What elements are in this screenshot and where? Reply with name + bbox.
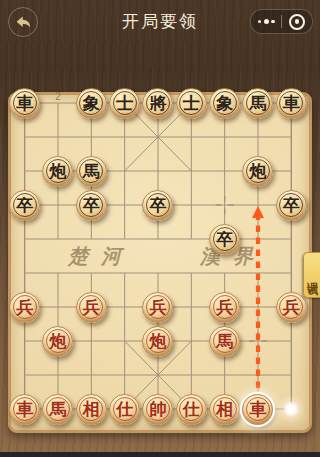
piece-glyph: 帥 <box>149 400 166 417</box>
board-point[interactable] <box>208 120 241 154</box>
board-point[interactable]: 卒 <box>75 188 108 222</box>
board-point[interactable]: 象 <box>75 86 108 120</box>
board-point[interactable] <box>41 358 74 392</box>
piece-face: 馬 <box>79 159 103 183</box>
board-point[interactable]: 炮 <box>41 324 74 358</box>
board-point[interactable] <box>275 154 308 188</box>
board-point[interactable] <box>275 120 308 154</box>
piece-glyph: 卒 <box>83 196 100 213</box>
board-point[interactable] <box>108 154 141 188</box>
piece-face: 兵 <box>79 295 103 319</box>
piece-glyph: 卒 <box>149 196 166 213</box>
board-point[interactable]: 帥 <box>141 392 174 426</box>
piece-face: 將 <box>146 91 170 115</box>
board-point[interactable] <box>41 222 74 256</box>
board-point[interactable]: 兵 <box>75 290 108 324</box>
piece-red[interactable]: 炮 <box>42 326 73 357</box>
board-point[interactable]: 馬 <box>75 154 108 188</box>
piece-glyph: 相 <box>216 400 233 417</box>
piece-red[interactable]: 兵 <box>209 292 240 323</box>
board-point[interactable]: 相 <box>75 392 108 426</box>
piece-black[interactable]: 卒 <box>76 190 107 221</box>
board-point[interactable]: 卒 <box>141 188 174 222</box>
board-point[interactable] <box>175 358 208 392</box>
piece-face: 車 <box>279 91 303 115</box>
board-point[interactable] <box>8 222 41 256</box>
board-point[interactable] <box>108 188 141 222</box>
piece-glyph: 仕 <box>183 400 200 417</box>
screen: 开局要领 楚河 漢界 2 車象士將士象馬車炮馬炮卒卒卒卒卒兵兵兵兵兵炮炮馬車馬相… <box>0 0 320 457</box>
board-point[interactable]: 炮 <box>41 154 74 188</box>
piece-glyph: 車 <box>16 400 33 417</box>
piece-red[interactable]: 兵 <box>142 292 173 323</box>
piece-red[interactable]: 兵 <box>9 292 40 323</box>
piece-red[interactable]: 馬 <box>42 394 73 425</box>
board-point[interactable]: 士 <box>108 86 141 120</box>
piece-glyph: 馬 <box>49 400 66 417</box>
board-point[interactable] <box>175 324 208 358</box>
piece-glyph: 兵 <box>16 298 33 315</box>
piece-black[interactable]: 卒 <box>276 190 307 221</box>
piece-glyph: 士 <box>116 94 133 111</box>
piece-face: 帥 <box>146 397 170 421</box>
piece-black[interactable]: 車 <box>276 88 307 119</box>
top-bar: 开局要领 <box>0 0 320 40</box>
piece-glyph: 卒 <box>16 196 33 213</box>
piece-glyph: 車 <box>16 94 33 111</box>
board-point[interactable] <box>108 324 141 358</box>
piece-black[interactable]: 卒 <box>209 224 240 255</box>
piece-glyph: 將 <box>149 94 166 111</box>
board-point[interactable]: 車 <box>241 392 274 426</box>
board-point[interactable]: 車 <box>275 86 308 120</box>
board-point[interactable] <box>141 222 174 256</box>
board-point[interactable]: 兵 <box>208 290 241 324</box>
board-point[interactable] <box>8 256 41 290</box>
board-point[interactable] <box>41 120 74 154</box>
piece-black[interactable]: 象 <box>76 88 107 119</box>
piece-face: 卒 <box>279 193 303 217</box>
board-point[interactable]: 馬 <box>208 324 241 358</box>
board-point[interactable]: 仕 <box>175 392 208 426</box>
board-point[interactable] <box>175 222 208 256</box>
piece-face: 卒 <box>13 193 37 217</box>
piece-face: 卒 <box>79 193 103 217</box>
piece-red[interactable]: 仕 <box>109 394 140 425</box>
board-point[interactable] <box>241 290 274 324</box>
board-point[interactable] <box>141 120 174 154</box>
board-point[interactable] <box>275 392 308 426</box>
piece-black[interactable]: 將 <box>142 88 173 119</box>
board-point[interactable] <box>108 256 141 290</box>
board-point[interactable] <box>75 256 108 290</box>
piece-face: 士 <box>179 91 203 115</box>
piece-glyph: 車 <box>283 94 300 111</box>
board-point[interactable]: 馬 <box>41 392 74 426</box>
piece-face: 兵 <box>279 295 303 319</box>
piece-black[interactable]: 士 <box>109 88 140 119</box>
board-point[interactable] <box>41 290 74 324</box>
board-point[interactable] <box>208 256 241 290</box>
piece-glyph: 仕 <box>116 400 133 417</box>
board-point[interactable]: 炮 <box>141 324 174 358</box>
board-point[interactable] <box>175 290 208 324</box>
board-point[interactable] <box>208 188 241 222</box>
piece-face: 炮 <box>46 329 70 353</box>
piece-face: 卒 <box>213 227 237 251</box>
piece-glyph: 炮 <box>49 162 66 179</box>
piece-face: 象 <box>79 91 103 115</box>
board-point[interactable] <box>41 86 74 120</box>
board-point[interactable] <box>241 222 274 256</box>
piece-black[interactable]: 卒 <box>9 190 40 221</box>
piece-black[interactable]: 卒 <box>142 190 173 221</box>
board-point[interactable]: 將 <box>141 86 174 120</box>
board-point[interactable]: 象 <box>208 86 241 120</box>
board-point[interactable] <box>241 120 274 154</box>
piece-face: 馬 <box>246 91 270 115</box>
piece-glyph: 兵 <box>216 298 233 315</box>
piece-glyph: 馬 <box>83 162 100 179</box>
piece-black[interactable]: 士 <box>176 88 207 119</box>
xiangqi-board: 楚河 漢界 2 車象士將士象馬車炮馬炮卒卒卒卒卒兵兵兵兵兵炮炮馬車馬相仕帥仕相車 <box>8 86 308 426</box>
piece-red[interactable]: 相 <box>209 394 240 425</box>
board-point[interactable] <box>8 324 41 358</box>
piece-face: 車 <box>13 397 37 421</box>
board-point[interactable] <box>141 256 174 290</box>
piece-black[interactable]: 馬 <box>242 88 273 119</box>
board-point[interactable]: 兵 <box>8 290 41 324</box>
board-point[interactable] <box>75 222 108 256</box>
piece-face: 相 <box>213 397 237 421</box>
piece-red[interactable]: 車 <box>242 394 273 425</box>
piece-face: 卒 <box>146 193 170 217</box>
piece-glyph: 炮 <box>249 162 266 179</box>
piece-glyph: 象 <box>83 94 100 111</box>
piece-face: 馬 <box>46 397 70 421</box>
board-point[interactable] <box>175 256 208 290</box>
piece-red[interactable]: 炮 <box>142 326 173 357</box>
piece-glyph: 炮 <box>49 332 66 349</box>
board-point[interactable] <box>8 120 41 154</box>
piece-face: 兵 <box>13 295 37 319</box>
piece-face: 仕 <box>179 397 203 421</box>
piece-glyph: 士 <box>183 94 200 111</box>
board-point[interactable] <box>275 222 308 256</box>
board-point[interactable]: 相 <box>208 392 241 426</box>
board-point[interactable]: 炮 <box>241 154 274 188</box>
board-point[interactable] <box>275 358 308 392</box>
board-point[interactable] <box>175 188 208 222</box>
board-point[interactable]: 車 <box>8 392 41 426</box>
piece-glyph: 象 <box>216 94 233 111</box>
piece-glyph: 兵 <box>283 298 300 315</box>
wechat-capsule <box>250 9 313 34</box>
piece-red[interactable]: 兵 <box>276 292 307 323</box>
piece-red[interactable]: 帥 <box>142 394 173 425</box>
board-point[interactable]: 仕 <box>108 392 141 426</box>
board-point[interactable] <box>208 358 241 392</box>
bottom-strip <box>0 452 320 457</box>
piece-face: 車 <box>13 91 37 115</box>
board-point[interactable] <box>141 358 174 392</box>
debug-button[interactable]: 调试 <box>303 252 320 298</box>
piece-face: 仕 <box>113 397 137 421</box>
exit-target-icon[interactable] <box>282 10 312 33</box>
board-point[interactable] <box>141 154 174 188</box>
piece-glyph: 炮 <box>149 332 166 349</box>
board-point[interactable] <box>241 324 274 358</box>
piece-red[interactable]: 相 <box>76 394 107 425</box>
piece-black[interactable]: 馬 <box>76 156 107 187</box>
board-point[interactable]: 士 <box>175 86 208 120</box>
piece-red[interactable]: 車 <box>9 394 40 425</box>
board-point[interactable] <box>8 358 41 392</box>
board-point[interactable]: 兵 <box>141 290 174 324</box>
piece-face: 炮 <box>246 159 270 183</box>
piece-face: 炮 <box>46 159 70 183</box>
board-point[interactable] <box>241 188 274 222</box>
board-point[interactable] <box>8 154 41 188</box>
board-point[interactable]: 車 <box>8 86 41 120</box>
piece-face: 馬 <box>213 329 237 353</box>
board-point[interactable] <box>241 256 274 290</box>
piece-black[interactable]: 炮 <box>42 156 73 187</box>
board-point[interactable]: 馬 <box>241 86 274 120</box>
board-point[interactable] <box>108 358 141 392</box>
piece-glyph: 相 <box>83 400 100 417</box>
board-point[interactable] <box>241 358 274 392</box>
piece-red[interactable]: 仕 <box>176 394 207 425</box>
piece-glyph: 馬 <box>216 332 233 349</box>
piece-red[interactable]: 兵 <box>76 292 107 323</box>
piece-face: 象 <box>213 91 237 115</box>
board-point[interactable] <box>75 120 108 154</box>
board-point[interactable] <box>175 120 208 154</box>
board-point[interactable] <box>108 222 141 256</box>
piece-face: 兵 <box>146 295 170 319</box>
piece-glyph: 卒 <box>283 196 300 213</box>
more-options-icon[interactable] <box>251 10 281 33</box>
board-point[interactable] <box>275 324 308 358</box>
piece-glyph: 車 <box>249 400 266 417</box>
board-point[interactable] <box>41 256 74 290</box>
board-point[interactable] <box>108 120 141 154</box>
piece-black[interactable]: 炮 <box>242 156 273 187</box>
piece-face: 炮 <box>146 329 170 353</box>
board-point[interactable]: 卒 <box>208 222 241 256</box>
piece-glyph: 兵 <box>83 298 100 315</box>
board-points-grid: 車象士將士象馬車炮馬炮卒卒卒卒卒兵兵兵兵兵炮炮馬車馬相仕帥仕相車 <box>8 86 308 426</box>
board-point[interactable] <box>75 324 108 358</box>
piece-glyph: 卒 <box>216 230 233 247</box>
board-point[interactable] <box>41 188 74 222</box>
board-point[interactable]: 卒 <box>275 188 308 222</box>
piece-red[interactable]: 馬 <box>209 326 240 357</box>
piece-glyph: 兵 <box>149 298 166 315</box>
piece-glyph: 馬 <box>249 94 266 111</box>
board-point[interactable] <box>108 290 141 324</box>
board-point[interactable]: 卒 <box>8 188 41 222</box>
piece-face: 相 <box>79 397 103 421</box>
piece-face: 兵 <box>213 295 237 319</box>
board-point[interactable] <box>75 358 108 392</box>
board-point[interactable] <box>175 154 208 188</box>
piece-black[interactable]: 象 <box>209 88 240 119</box>
board-point[interactable] <box>208 154 241 188</box>
piece-black[interactable]: 車 <box>9 88 40 119</box>
piece-face: 車 <box>246 397 270 421</box>
piece-face: 士 <box>113 91 137 115</box>
